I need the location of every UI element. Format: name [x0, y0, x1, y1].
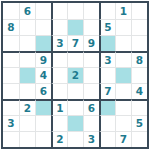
cell-r4c5[interactable]	[67, 51, 83, 67]
cell-r7c6[interactable]: 6	[83, 99, 99, 115]
cell-r9c6[interactable]: 3	[83, 131, 99, 147]
cell-r5c7[interactable]	[99, 67, 115, 83]
cell-r8c4[interactable]	[51, 115, 67, 131]
cell-r4c1[interactable]	[3, 51, 19, 67]
cell-r9c5[interactable]	[67, 131, 83, 147]
cell-r5c9[interactable]	[131, 67, 147, 83]
cell-r6c3[interactable]: 6	[35, 83, 51, 99]
cell-r9c2[interactable]	[19, 131, 35, 147]
cell-r6c4[interactable]	[51, 83, 67, 99]
cell-r1c4[interactable]	[51, 3, 67, 19]
cell-r1c6[interactable]	[83, 3, 99, 19]
cell-r8c8[interactable]	[115, 115, 131, 131]
cell-r4c3[interactable]: 9	[35, 51, 51, 67]
cell-r6c8[interactable]	[115, 83, 131, 99]
cell-r6c2[interactable]	[19, 83, 35, 99]
cell-r3c6[interactable]: 9	[83, 35, 99, 51]
cell-r5c5[interactable]: 2	[67, 67, 83, 83]
cell-r6c5[interactable]	[67, 83, 83, 99]
cell-r4c7[interactable]: 3	[99, 51, 115, 67]
cell-r7c9[interactable]	[131, 99, 147, 115]
cell-r1c8[interactable]: 1	[115, 3, 131, 19]
cell-r5c6[interactable]	[83, 67, 99, 83]
cell-r1c7[interactable]	[99, 3, 115, 19]
cell-r4c2[interactable]	[19, 51, 35, 67]
cell-r9c7[interactable]	[99, 131, 115, 147]
sudoku-board: 61853799384267421635237	[1, 1, 149, 149]
cell-r6c1[interactable]	[3, 83, 19, 99]
cell-r8c5[interactable]	[67, 115, 83, 131]
cell-r7c5[interactable]	[67, 99, 83, 115]
cell-r2c7[interactable]: 5	[99, 19, 115, 35]
cell-r8c9[interactable]: 5	[131, 115, 147, 131]
cell-r3c7[interactable]	[99, 35, 115, 51]
cell-r7c7[interactable]	[99, 99, 115, 115]
cell-r3c1[interactable]	[3, 35, 19, 51]
cell-r3c4[interactable]: 3	[51, 35, 67, 51]
cell-r9c3[interactable]	[35, 131, 51, 147]
cell-r8c7[interactable]	[99, 115, 115, 131]
cell-r1c5[interactable]	[67, 3, 83, 19]
cell-r4c9[interactable]: 8	[131, 51, 147, 67]
cell-r1c9[interactable]	[131, 3, 147, 19]
cell-r8c2[interactable]	[19, 115, 35, 131]
cell-r9c9[interactable]	[131, 131, 147, 147]
cell-r4c4[interactable]	[51, 51, 67, 67]
cell-r9c1[interactable]	[3, 131, 19, 147]
cell-r2c2[interactable]	[19, 19, 35, 35]
cell-r3c2[interactable]	[19, 35, 35, 51]
cell-r4c8[interactable]	[115, 51, 131, 67]
cell-r1c3[interactable]	[35, 3, 51, 19]
cell-r5c3[interactable]: 4	[35, 67, 51, 83]
cell-r3c3[interactable]	[35, 35, 51, 51]
cell-r5c1[interactable]	[3, 67, 19, 83]
cell-r5c2[interactable]	[19, 67, 35, 83]
cell-r7c1[interactable]	[3, 99, 19, 115]
cell-r2c9[interactable]	[131, 19, 147, 35]
cell-r1c1[interactable]	[3, 3, 19, 19]
cell-r2c3[interactable]	[35, 19, 51, 35]
cell-r8c6[interactable]	[83, 115, 99, 131]
cell-r9c8[interactable]: 7	[115, 131, 131, 147]
cell-r6c7[interactable]: 7	[99, 83, 115, 99]
cell-r5c4[interactable]	[51, 67, 67, 83]
cell-r3c8[interactable]	[115, 35, 131, 51]
cell-r7c3[interactable]	[35, 99, 51, 115]
cell-r7c2[interactable]: 2	[19, 99, 35, 115]
cell-r2c4[interactable]	[51, 19, 67, 35]
cell-r7c4[interactable]: 1	[51, 99, 67, 115]
cell-r1c2[interactable]: 6	[19, 3, 35, 19]
cell-r5c8[interactable]	[115, 67, 131, 83]
cell-r8c3[interactable]	[35, 115, 51, 131]
cell-r2c8[interactable]	[115, 19, 131, 35]
cell-r2c6[interactable]	[83, 19, 99, 35]
cell-r3c9[interactable]	[131, 35, 147, 51]
cell-r7c8[interactable]	[115, 99, 131, 115]
cell-r6c6[interactable]	[83, 83, 99, 99]
cell-r2c1[interactable]: 8	[3, 19, 19, 35]
cell-r3c5[interactable]: 7	[67, 35, 83, 51]
cell-r2c5[interactable]	[67, 19, 83, 35]
cell-r6c9[interactable]: 4	[131, 83, 147, 99]
cell-r9c4[interactable]: 2	[51, 131, 67, 147]
cell-r8c1[interactable]: 3	[3, 115, 19, 131]
cell-r4c6[interactable]	[83, 51, 99, 67]
